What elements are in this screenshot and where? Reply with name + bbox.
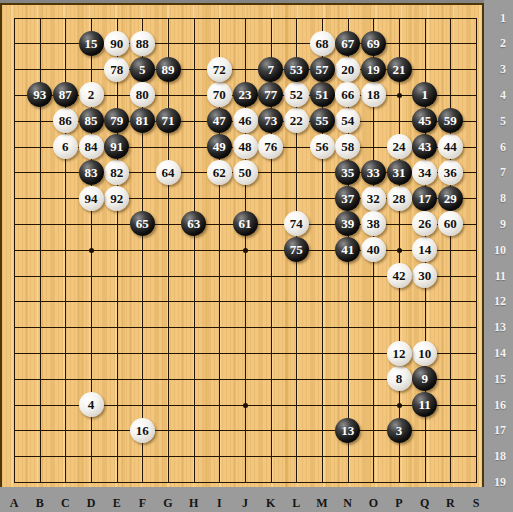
grid-line-horizontal [14, 327, 477, 328]
column-label-H: H [186, 496, 202, 511]
row-label-13: 13 [480, 320, 506, 335]
white-stone-58[interactable]: 58 [335, 134, 360, 159]
white-stone-68[interactable]: 68 [310, 31, 335, 56]
black-stone-11[interactable]: 11 [412, 392, 437, 417]
black-stone-93[interactable]: 93 [27, 82, 52, 107]
column-labels-strip: ABCDEFGHIJKLMNOPQRS [0, 487, 513, 512]
row-label-7: 7 [480, 165, 506, 180]
move-number: 3 [396, 418, 403, 443]
move-number: 11 [419, 392, 431, 417]
move-number: 26 [418, 211, 431, 236]
white-stone-22[interactable]: 22 [284, 108, 309, 133]
move-number: 74 [290, 211, 303, 236]
move-number: 7 [267, 57, 274, 82]
move-number: 58 [341, 134, 354, 159]
move-number: 35 [341, 160, 354, 185]
column-label-D: D [83, 496, 99, 511]
move-number: 60 [444, 211, 457, 236]
grid-line-vertical [450, 18, 451, 484]
star-point [397, 403, 402, 408]
black-stone-59[interactable]: 59 [438, 108, 463, 133]
column-label-S: S [468, 496, 484, 511]
white-stone-52[interactable]: 52 [284, 82, 309, 107]
white-stone-72[interactable]: 72 [207, 57, 232, 82]
black-stone-71[interactable]: 71 [156, 108, 181, 133]
move-number: 24 [393, 134, 406, 159]
move-number: 41 [341, 237, 354, 262]
move-number: 53 [290, 57, 303, 82]
black-stone-63[interactable]: 63 [181, 211, 206, 236]
white-stone-20[interactable]: 20 [335, 57, 360, 82]
move-number: 67 [341, 31, 354, 56]
white-stone-86[interactable]: 86 [53, 108, 78, 133]
move-number: 20 [341, 57, 354, 82]
column-label-R: R [442, 496, 458, 511]
move-number: 17 [418, 186, 431, 211]
move-number: 16 [136, 418, 149, 443]
grid-line-vertical [476, 18, 477, 484]
move-number: 61 [239, 211, 252, 236]
black-stone-91[interactable]: 91 [104, 134, 129, 159]
move-number: 18 [367, 82, 380, 107]
row-label-5: 5 [480, 114, 506, 129]
black-stone-31[interactable]: 31 [387, 160, 412, 185]
row-label-15: 15 [480, 372, 506, 387]
black-stone-47[interactable]: 47 [207, 108, 232, 133]
move-number: 93 [33, 82, 46, 107]
move-number: 39 [341, 211, 354, 236]
move-number: 45 [418, 108, 431, 133]
grid-line-horizontal [14, 482, 477, 483]
move-number: 86 [59, 108, 72, 133]
move-number: 82 [110, 160, 123, 185]
move-number: 76 [264, 134, 277, 159]
black-stone-37[interactable]: 37 [335, 186, 360, 211]
move-number: 79 [110, 108, 123, 133]
move-number: 65 [136, 211, 149, 236]
row-label-2: 2 [480, 36, 506, 51]
row-label-11: 11 [480, 269, 506, 284]
row-label-6: 6 [480, 140, 506, 155]
column-label-P: P [391, 496, 407, 511]
white-stone-60[interactable]: 60 [438, 211, 463, 236]
star-point [89, 248, 94, 253]
white-stone-44[interactable]: 44 [438, 134, 463, 159]
black-stone-5[interactable]: 5 [130, 57, 155, 82]
black-stone-61[interactable]: 61 [233, 211, 258, 236]
white-stone-30[interactable]: 30 [412, 263, 437, 288]
move-number: 89 [162, 57, 175, 82]
white-stone-92[interactable]: 92 [104, 186, 129, 211]
move-number: 29 [444, 186, 457, 211]
move-number: 30 [418, 263, 431, 288]
move-number: 64 [162, 160, 175, 185]
move-number: 52 [290, 82, 303, 107]
white-stone-10[interactable]: 10 [412, 341, 437, 366]
move-number: 66 [341, 82, 354, 107]
black-stone-65[interactable]: 65 [130, 211, 155, 236]
black-stone-3[interactable]: 3 [387, 418, 412, 443]
white-stone-36[interactable]: 36 [438, 160, 463, 185]
move-number: 48 [239, 134, 252, 159]
grid-line-horizontal [14, 456, 477, 457]
row-label-4: 4 [480, 88, 506, 103]
black-stone-7[interactable]: 7 [258, 57, 283, 82]
move-number: 19 [367, 57, 380, 82]
white-stone-78[interactable]: 78 [104, 57, 129, 82]
black-stone-77[interactable]: 77 [258, 82, 283, 107]
black-stone-35[interactable]: 35 [335, 160, 360, 185]
white-stone-50[interactable]: 50 [233, 160, 258, 185]
white-stone-90[interactable]: 90 [104, 31, 129, 56]
white-stone-14[interactable]: 14 [412, 237, 437, 262]
column-label-K: K [263, 496, 279, 511]
move-number: 72 [213, 57, 226, 82]
black-stone-15[interactable]: 15 [79, 31, 104, 56]
move-number: 4 [88, 392, 95, 417]
black-stone-45[interactable]: 45 [412, 108, 437, 133]
move-number: 38 [367, 211, 380, 236]
white-stone-74[interactable]: 74 [284, 211, 309, 236]
move-number: 43 [418, 134, 431, 159]
column-label-M: M [314, 496, 330, 511]
move-number: 23 [239, 82, 252, 107]
white-stone-82[interactable]: 82 [104, 160, 129, 185]
row-label-3: 3 [480, 62, 506, 77]
column-label-E: E [109, 496, 125, 511]
star-point [243, 248, 248, 253]
row-label-12: 12 [480, 294, 506, 309]
row-label-14: 14 [480, 346, 506, 361]
white-stone-6[interactable]: 6 [53, 134, 78, 159]
column-label-F: F [134, 496, 150, 511]
move-number: 15 [85, 31, 98, 56]
white-stone-76[interactable]: 76 [258, 134, 283, 159]
move-number: 9 [421, 366, 428, 391]
white-stone-8[interactable]: 8 [387, 366, 412, 391]
move-number: 6 [62, 134, 69, 159]
go-board[interactable]: 1234567891011121314151617181920212223242… [0, 3, 484, 489]
black-stone-67[interactable]: 67 [335, 31, 360, 56]
black-stone-9[interactable]: 9 [412, 366, 437, 391]
row-label-9: 9 [480, 217, 506, 232]
white-stone-42[interactable]: 42 [387, 263, 412, 288]
white-stone-56[interactable]: 56 [310, 134, 335, 159]
column-label-B: B [32, 496, 48, 511]
white-stone-62[interactable]: 62 [207, 160, 232, 185]
star-point [397, 93, 402, 98]
black-stone-1[interactable]: 1 [412, 82, 437, 107]
move-number: 62 [213, 160, 226, 185]
white-stone-34[interactable]: 34 [412, 160, 437, 185]
black-stone-13[interactable]: 13 [335, 418, 360, 443]
black-stone-49[interactable]: 49 [207, 134, 232, 159]
column-label-A: A [6, 496, 22, 511]
move-number: 28 [393, 186, 406, 211]
star-point [243, 403, 248, 408]
column-label-L: L [288, 496, 304, 511]
white-stone-24[interactable]: 24 [387, 134, 412, 159]
grid-line-horizontal [14, 301, 477, 302]
row-label-1: 1 [480, 11, 506, 26]
white-stone-88[interactable]: 88 [130, 31, 155, 56]
white-stone-2[interactable]: 2 [79, 82, 104, 107]
move-number: 44 [444, 134, 457, 159]
move-number: 22 [290, 108, 303, 133]
move-number: 32 [367, 186, 380, 211]
move-number: 81 [136, 108, 149, 133]
move-number: 42 [393, 263, 406, 288]
white-stone-4[interactable]: 4 [79, 392, 104, 417]
black-stone-17[interactable]: 17 [412, 186, 437, 211]
black-stone-73[interactable]: 73 [258, 108, 283, 133]
move-number: 31 [393, 160, 406, 185]
black-stone-69[interactable]: 69 [361, 31, 386, 56]
black-stone-87[interactable]: 87 [53, 82, 78, 107]
move-number: 68 [316, 31, 329, 56]
move-number: 51 [316, 82, 329, 107]
black-stone-75[interactable]: 75 [284, 237, 309, 262]
black-stone-29[interactable]: 29 [438, 186, 463, 211]
move-number: 49 [213, 134, 226, 159]
black-stone-55[interactable]: 55 [310, 108, 335, 133]
black-stone-39[interactable]: 39 [335, 211, 360, 236]
move-number: 10 [418, 341, 431, 366]
move-number: 85 [85, 108, 98, 133]
move-number: 21 [393, 57, 406, 82]
black-stone-23[interactable]: 23 [233, 82, 258, 107]
white-stone-48[interactable]: 48 [233, 134, 258, 159]
row-labels-strip: 12345678910111213141516171819 [484, 0, 513, 512]
move-number: 55 [316, 108, 329, 133]
white-stone-84[interactable]: 84 [79, 134, 104, 159]
white-stone-80[interactable]: 80 [130, 82, 155, 107]
move-number: 77 [264, 82, 277, 107]
move-number: 69 [367, 31, 380, 56]
move-number: 8 [396, 366, 403, 391]
black-stone-21[interactable]: 21 [387, 57, 412, 82]
move-number: 84 [85, 134, 98, 159]
black-stone-89[interactable]: 89 [156, 57, 181, 82]
row-label-17: 17 [480, 423, 506, 438]
white-stone-66[interactable]: 66 [335, 82, 360, 107]
move-number: 80 [136, 82, 149, 107]
move-number: 88 [136, 31, 149, 56]
move-number: 54 [341, 108, 354, 133]
white-stone-18[interactable]: 18 [361, 82, 386, 107]
white-stone-40[interactable]: 40 [361, 237, 386, 262]
move-number: 33 [367, 160, 380, 185]
move-number: 73 [264, 108, 277, 133]
row-label-16: 16 [480, 398, 506, 413]
black-stone-79[interactable]: 79 [104, 108, 129, 133]
move-number: 78 [110, 57, 123, 82]
white-stone-28[interactable]: 28 [387, 186, 412, 211]
star-point [397, 248, 402, 253]
move-number: 57 [316, 57, 329, 82]
go-diagram-screenshot: 1234567891011121314151617181920212223242… [0, 0, 513, 512]
move-number: 47 [213, 108, 226, 133]
move-number: 1 [421, 82, 428, 107]
row-label-18: 18 [480, 449, 506, 464]
move-number: 70 [213, 82, 226, 107]
black-stone-19[interactable]: 19 [361, 57, 386, 82]
move-number: 94 [85, 186, 98, 211]
move-number: 12 [393, 341, 406, 366]
row-label-8: 8 [480, 191, 506, 206]
move-number: 46 [239, 108, 252, 133]
move-number: 56 [316, 134, 329, 159]
white-stone-64[interactable]: 64 [156, 160, 181, 185]
white-stone-94[interactable]: 94 [79, 186, 104, 211]
move-number: 34 [418, 160, 431, 185]
column-label-Q: Q [417, 496, 433, 511]
white-stone-12[interactable]: 12 [387, 341, 412, 366]
column-label-C: C [57, 496, 73, 511]
move-number: 87 [59, 82, 72, 107]
move-number: 50 [239, 160, 252, 185]
move-number: 90 [110, 31, 123, 56]
column-label-I: I [211, 496, 227, 511]
move-number: 37 [341, 186, 354, 211]
move-number: 92 [110, 186, 123, 211]
black-stone-81[interactable]: 81 [130, 108, 155, 133]
white-stone-70[interactable]: 70 [207, 82, 232, 107]
move-number: 63 [187, 211, 200, 236]
move-number: 36 [444, 160, 457, 185]
move-number: 13 [341, 418, 354, 443]
white-stone-32[interactable]: 32 [361, 186, 386, 211]
move-number: 75 [290, 237, 303, 262]
black-stone-41[interactable]: 41 [335, 237, 360, 262]
column-label-N: N [340, 496, 356, 511]
column-label-J: J [237, 496, 253, 511]
black-stone-85[interactable]: 85 [79, 108, 104, 133]
black-stone-57[interactable]: 57 [310, 57, 335, 82]
black-stone-53[interactable]: 53 [284, 57, 309, 82]
white-stone-38[interactable]: 38 [361, 211, 386, 236]
move-number: 91 [110, 134, 123, 159]
move-number: 5 [139, 57, 146, 82]
move-number: 14 [418, 237, 431, 262]
move-number: 83 [85, 160, 98, 185]
column-label-O: O [365, 496, 381, 511]
white-stone-54[interactable]: 54 [335, 108, 360, 133]
move-number: 2 [88, 82, 95, 107]
white-stone-46[interactable]: 46 [233, 108, 258, 133]
row-label-10: 10 [480, 243, 506, 258]
black-stone-51[interactable]: 51 [310, 82, 335, 107]
column-label-G: G [160, 496, 176, 511]
white-stone-26[interactable]: 26 [412, 211, 437, 236]
black-stone-83[interactable]: 83 [79, 160, 104, 185]
move-number: 71 [162, 108, 175, 133]
white-stone-16[interactable]: 16 [130, 418, 155, 443]
move-number: 59 [444, 108, 457, 133]
move-number: 40 [367, 237, 380, 262]
black-stone-33[interactable]: 33 [361, 160, 386, 185]
black-stone-43[interactable]: 43 [412, 134, 437, 159]
